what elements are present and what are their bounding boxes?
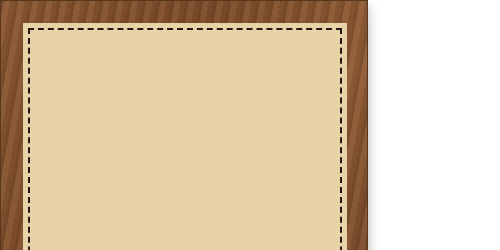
chess-board	[0, 0, 368, 250]
board-squares	[33, 33, 337, 250]
chess-set-product-photo	[0, 0, 500, 250]
